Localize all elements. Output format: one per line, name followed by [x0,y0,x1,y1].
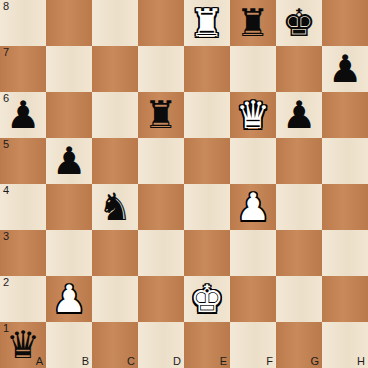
square-h7[interactable]: ♟ [322,46,368,92]
square-d7[interactable] [138,46,184,92]
square-g4[interactable] [276,184,322,230]
square-h8[interactable] [322,0,368,46]
square-b7[interactable] [46,46,92,92]
square-g7[interactable] [276,46,322,92]
black-pawn-b5[interactable]: ♟ [46,138,92,184]
square-h5[interactable] [322,138,368,184]
square-d5[interactable] [138,138,184,184]
square-c4[interactable]: ♞ [92,184,138,230]
file-label-a: A [36,355,43,367]
square-e5[interactable] [184,138,230,184]
rank-label-3: 3 [3,230,9,243]
square-e7[interactable] [184,46,230,92]
rank-label-1: 1 [3,322,9,335]
file-label-c: C [127,355,135,367]
square-g5[interactable] [276,138,322,184]
square-h6[interactable] [322,92,368,138]
file-label-b: B [82,355,89,367]
square-a2[interactable]: 2 [0,276,46,322]
black-knight-c4[interactable]: ♞ [92,184,138,230]
white-rook-e8[interactable]: ♜ [184,0,230,46]
square-h1[interactable]: H [322,322,368,368]
file-label-g: G [310,355,319,367]
square-c2[interactable] [92,276,138,322]
rank-label-8: 8 [3,0,9,13]
white-king-e2[interactable]: ♚ [184,276,230,322]
square-c7[interactable] [92,46,138,92]
square-a7[interactable]: 7 [0,46,46,92]
square-f5[interactable] [230,138,276,184]
black-rook-d6[interactable]: ♜ [138,92,184,138]
square-e2[interactable]: ♚ [184,276,230,322]
square-b1[interactable]: B [46,322,92,368]
white-pawn-f4[interactable]: ♟ [230,184,276,230]
square-g3[interactable] [276,230,322,276]
white-queen-f6[interactable]: ♛ [230,92,276,138]
square-e1[interactable]: E [184,322,230,368]
square-c6[interactable] [92,92,138,138]
square-d6[interactable]: ♜ [138,92,184,138]
square-d3[interactable] [138,230,184,276]
square-f8[interactable]: ♜ [230,0,276,46]
file-label-h: H [357,355,365,367]
square-g2[interactable] [276,276,322,322]
square-f3[interactable] [230,230,276,276]
square-h2[interactable] [322,276,368,322]
square-a5[interactable]: 5 [0,138,46,184]
file-label-d: D [173,355,181,367]
square-c1[interactable]: C [92,322,138,368]
black-king-g8[interactable]: ♚ [276,0,322,46]
square-a6[interactable]: 6♟ [0,92,46,138]
chess-board: 8♜♜♚7♟6♟♜♛♟5♟4♞♟32♟♚1A♛BCDEFGH [0,0,368,368]
rank-label-5: 5 [3,138,9,151]
square-b3[interactable] [46,230,92,276]
square-h3[interactable] [322,230,368,276]
square-a3[interactable]: 3 [0,230,46,276]
square-h4[interactable] [322,184,368,230]
square-e3[interactable] [184,230,230,276]
black-pawn-h7[interactable]: ♟ [322,46,368,92]
square-e8[interactable]: ♜ [184,0,230,46]
square-f1[interactable]: F [230,322,276,368]
white-pawn-b2[interactable]: ♟ [46,276,92,322]
square-c8[interactable] [92,0,138,46]
rank-label-2: 2 [3,276,9,289]
file-label-f: F [266,355,273,367]
square-f4[interactable]: ♟ [230,184,276,230]
square-f2[interactable] [230,276,276,322]
square-a8[interactable]: 8 [0,0,46,46]
file-label-e: E [220,355,227,367]
black-pawn-g6[interactable]: ♟ [276,92,322,138]
square-g6[interactable]: ♟ [276,92,322,138]
square-b6[interactable] [46,92,92,138]
square-f6[interactable]: ♛ [230,92,276,138]
square-b8[interactable] [46,0,92,46]
rank-label-7: 7 [3,46,9,59]
square-f7[interactable] [230,46,276,92]
rank-label-6: 6 [3,92,9,105]
square-a1[interactable]: 1A♛ [0,322,46,368]
square-d1[interactable]: D [138,322,184,368]
square-b4[interactable] [46,184,92,230]
square-c3[interactable] [92,230,138,276]
square-d2[interactable] [138,276,184,322]
square-d8[interactable] [138,0,184,46]
square-a4[interactable]: 4 [0,184,46,230]
black-rook-f8[interactable]: ♜ [230,0,276,46]
square-g1[interactable]: G [276,322,322,368]
square-d4[interactable] [138,184,184,230]
square-c5[interactable] [92,138,138,184]
square-e4[interactable] [184,184,230,230]
square-e6[interactable] [184,92,230,138]
rank-label-4: 4 [3,184,9,197]
square-b5[interactable]: ♟ [46,138,92,184]
square-b2[interactable]: ♟ [46,276,92,322]
square-g8[interactable]: ♚ [276,0,322,46]
